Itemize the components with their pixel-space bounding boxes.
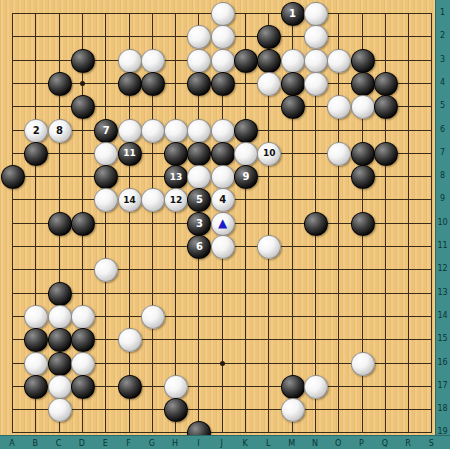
stone-black-B15[interactable]	[24, 328, 48, 352]
stone-black-J7[interactable]	[211, 142, 235, 166]
stone-black-K8[interactable]: 9	[234, 165, 258, 189]
column-label-S: S	[425, 439, 437, 448]
row-label-14: 14	[436, 311, 449, 320]
stone-black-C4[interactable]	[48, 72, 72, 96]
stone-black-J4[interactable]	[211, 72, 235, 96]
stone-white-H6[interactable]	[164, 119, 188, 143]
stone-black-D15[interactable]	[71, 328, 95, 352]
row-label-19: 19	[436, 427, 449, 436]
stone-white-C14[interactable]	[48, 305, 72, 329]
row-label-5: 5	[436, 101, 449, 110]
column-label-L: L	[262, 439, 274, 448]
stone-white-F3[interactable]	[118, 49, 142, 73]
stone-white-F9[interactable]: 14	[118, 188, 142, 212]
move-number-label: 1	[289, 9, 296, 19]
column-label-H: H	[169, 439, 181, 448]
move-number-label: 13	[170, 173, 183, 182]
stone-black-H18[interactable]	[164, 398, 188, 422]
stone-white-J10[interactable]: ▲	[211, 212, 235, 236]
row-label-10: 10	[436, 218, 449, 227]
stone-white-G14[interactable]	[141, 305, 165, 329]
stone-black-P4[interactable]	[351, 72, 375, 96]
move-number-label: 11	[123, 149, 136, 158]
stone-white-E7[interactable]	[94, 142, 118, 166]
stone-black-K6[interactable]	[234, 119, 258, 143]
row-label-12: 12	[436, 264, 449, 273]
stone-black-D17[interactable]	[71, 375, 95, 399]
stone-black-H8[interactable]: 13	[164, 165, 188, 189]
row-label-2: 2	[436, 31, 449, 40]
row-label-15: 15	[436, 334, 449, 343]
column-label-C: C	[53, 439, 65, 448]
stone-white-P16[interactable]	[351, 352, 375, 376]
stone-white-J9[interactable]: 4	[211, 188, 235, 212]
column-label-B: B	[29, 439, 41, 448]
stone-white-D16[interactable]	[71, 352, 95, 376]
stone-white-J8[interactable]	[211, 165, 235, 189]
star-point	[220, 361, 225, 366]
move-number-label: 9	[243, 172, 250, 182]
column-label-R: R	[402, 439, 414, 448]
move-number-label: 6	[196, 242, 203, 252]
stone-black-D5[interactable]	[71, 95, 95, 119]
stone-black-Q4[interactable]	[374, 72, 398, 96]
move-number-label: 4	[219, 195, 226, 205]
stone-white-J3[interactable]	[211, 49, 235, 73]
stone-black-L3[interactable]	[257, 49, 281, 73]
stone-white-M18[interactable]	[281, 398, 305, 422]
column-label-Q: Q	[379, 439, 391, 448]
go-app-window: 128711101391412543▲6 ABCDEFGHIJKLMNOPQRS…	[0, 0, 450, 449]
stone-white-I6[interactable]	[187, 119, 211, 143]
stone-white-J2[interactable]	[211, 25, 235, 49]
column-label-P: P	[356, 439, 368, 448]
stone-black-F17[interactable]	[118, 375, 142, 399]
stone-black-I10[interactable]: 3	[187, 212, 211, 236]
column-label-K: K	[239, 439, 251, 448]
grid-line-vertical	[245, 13, 246, 433]
column-label-J: J	[216, 439, 228, 448]
stone-black-D10[interactable]	[71, 212, 95, 236]
triangle-marker: ▲	[218, 217, 227, 229]
stone-black-B7[interactable]	[24, 142, 48, 166]
stone-black-P8[interactable]	[351, 165, 375, 189]
stone-black-I11[interactable]: 6	[187, 235, 211, 259]
stone-white-I8[interactable]	[187, 165, 211, 189]
stone-white-N17[interactable]	[304, 375, 328, 399]
stone-white-J6[interactable]	[211, 119, 235, 143]
stone-white-O5[interactable]	[327, 95, 351, 119]
stone-black-P10[interactable]	[351, 212, 375, 236]
column-label-N: N	[309, 439, 321, 448]
stone-white-O7[interactable]	[327, 142, 351, 166]
stone-black-F7[interactable]: 11	[118, 142, 142, 166]
stone-white-J1[interactable]	[211, 2, 235, 26]
grid-line-vertical	[431, 13, 432, 433]
stone-white-N4[interactable]	[304, 72, 328, 96]
row-label-17: 17	[436, 381, 449, 390]
row-label-9: 9	[436, 194, 449, 203]
stone-white-M3[interactable]	[281, 49, 305, 73]
move-number-label: 10	[263, 149, 276, 158]
stone-black-B17[interactable]	[24, 375, 48, 399]
grid-line-horizontal	[12, 269, 432, 270]
stone-white-P5[interactable]	[351, 95, 375, 119]
stone-black-M4[interactable]	[281, 72, 305, 96]
move-number-label: 5	[196, 195, 203, 205]
stone-black-E6[interactable]: 7	[94, 119, 118, 143]
stone-white-N1[interactable]	[304, 2, 328, 26]
stone-white-C17[interactable]	[48, 375, 72, 399]
stone-black-I9[interactable]: 5	[187, 188, 211, 212]
grid-line-horizontal	[12, 432, 432, 433]
move-number-label: 14	[123, 196, 136, 205]
stone-white-L11[interactable]	[257, 235, 281, 259]
stone-white-C18[interactable]	[48, 398, 72, 422]
move-number-label: 2	[33, 126, 40, 136]
row-label-16: 16	[436, 358, 449, 367]
stone-black-M17[interactable]	[281, 375, 305, 399]
column-label-G: G	[146, 439, 158, 448]
stone-black-H7[interactable]	[164, 142, 188, 166]
row-label-18: 18	[436, 404, 449, 413]
star-point	[80, 81, 85, 86]
grid-line-vertical	[338, 13, 339, 433]
column-label-A: A	[6, 439, 18, 448]
column-label-M: M	[286, 439, 298, 448]
row-label-4: 4	[436, 78, 449, 87]
stone-white-N2[interactable]	[304, 25, 328, 49]
stone-white-L7[interactable]: 10	[257, 142, 281, 166]
stone-white-H9[interactable]: 12	[164, 188, 188, 212]
row-label-7: 7	[436, 148, 449, 157]
stone-white-I2[interactable]	[187, 25, 211, 49]
stone-white-E12[interactable]	[94, 258, 118, 282]
row-label-1: 1	[436, 8, 449, 17]
stone-white-F6[interactable]	[118, 119, 142, 143]
stone-black-D3[interactable]	[71, 49, 95, 73]
stone-black-Q5[interactable]	[374, 95, 398, 119]
stone-black-I4[interactable]	[187, 72, 211, 96]
stone-white-O3[interactable]	[327, 49, 351, 73]
stone-black-Q7[interactable]	[374, 142, 398, 166]
stone-black-A8[interactable]	[1, 165, 25, 189]
stone-white-C6[interactable]: 8	[48, 119, 72, 143]
stone-black-P3[interactable]	[351, 49, 375, 73]
stone-white-L4[interactable]	[257, 72, 281, 96]
stone-black-N10[interactable]	[304, 212, 328, 236]
stone-white-B16[interactable]	[24, 352, 48, 376]
column-label-E: E	[99, 439, 111, 448]
stone-black-M5[interactable]	[281, 95, 305, 119]
stone-white-G6[interactable]	[141, 119, 165, 143]
stone-white-N3[interactable]	[304, 49, 328, 73]
move-number-label: 12	[170, 196, 183, 205]
move-number-label: 7	[103, 126, 110, 136]
row-label-8: 8	[436, 171, 449, 180]
grid-line-horizontal	[12, 293, 432, 294]
column-label-O: O	[332, 439, 344, 448]
stone-white-G3[interactable]	[141, 49, 165, 73]
stone-black-C16[interactable]	[48, 352, 72, 376]
stone-black-C10[interactable]	[48, 212, 72, 236]
grid-line-horizontal	[12, 409, 432, 410]
stone-white-I3[interactable]	[187, 49, 211, 73]
grid-line-vertical	[408, 13, 409, 433]
move-number-label: 3	[196, 219, 203, 229]
stone-white-G9[interactable]	[141, 188, 165, 212]
stone-black-K3[interactable]	[234, 49, 258, 73]
stone-black-I7[interactable]	[187, 142, 211, 166]
stone-white-D14[interactable]	[71, 305, 95, 329]
row-label-3: 3	[436, 55, 449, 64]
row-label-13: 13	[436, 288, 449, 297]
stone-black-M1[interactable]: 1	[281, 2, 305, 26]
move-number-label: 8	[56, 126, 63, 136]
stone-black-F4[interactable]	[118, 72, 142, 96]
stone-white-J11[interactable]	[211, 235, 235, 259]
stone-black-G4[interactable]	[141, 72, 165, 96]
column-label-F: F	[123, 439, 135, 448]
stone-white-E9[interactable]	[94, 188, 118, 212]
column-label-I: I	[192, 439, 204, 448]
column-label-D: D	[76, 439, 88, 448]
stone-white-B14[interactable]	[24, 305, 48, 329]
stone-black-C13[interactable]	[48, 282, 72, 306]
stone-black-C15[interactable]	[48, 328, 72, 352]
stone-black-L2[interactable]	[257, 25, 281, 49]
row-label-6: 6	[436, 125, 449, 134]
stone-white-F15[interactable]	[118, 328, 142, 352]
stone-black-E8[interactable]	[94, 165, 118, 189]
stone-white-K7[interactable]	[234, 142, 258, 166]
stone-white-H17[interactable]	[164, 375, 188, 399]
stone-white-B6[interactable]: 2	[24, 119, 48, 143]
stone-black-P7[interactable]	[351, 142, 375, 166]
row-label-11: 11	[436, 241, 449, 250]
